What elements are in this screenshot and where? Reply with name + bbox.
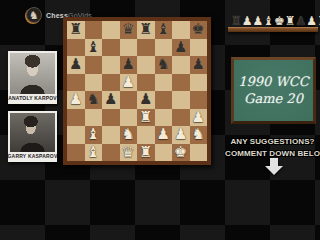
square-e2 [137, 126, 155, 144]
white-rook-piece: ♜ [139, 110, 152, 125]
square-b3 [85, 109, 103, 127]
chalkboard-line1: 1990 WCC [238, 74, 308, 90]
shelf-black-rook-icon: ♜ [231, 15, 242, 27]
white-rook-piece: ♜ [139, 145, 152, 160]
black-king-piece: ♚ [192, 22, 205, 37]
square-a2 [67, 126, 85, 144]
chalkboard-line2: Game 20 [244, 91, 303, 107]
square-a7 [67, 39, 85, 57]
black-bishop-piece: ♝ [87, 40, 100, 55]
karpov-name-label: ANATOLY KARPOV [10, 94, 55, 102]
pieces-shelf: ♜♟♟♝♚♜♟♟♜ [228, 11, 318, 32]
square-c4: ♟ [102, 91, 120, 109]
kasparov-portrait [10, 113, 55, 152]
square-b4: ♞ [85, 91, 103, 109]
square-h7 [190, 39, 208, 57]
knight-badge-icon: ♞ [26, 7, 42, 23]
square-e6 [137, 56, 155, 74]
black-bishop-piece: ♝ [157, 22, 170, 37]
square-h3: ♟ [190, 109, 208, 127]
down-arrow-head [265, 166, 283, 175]
square-g6 [172, 56, 190, 74]
square-b6 [85, 56, 103, 74]
square-c2 [102, 126, 120, 144]
square-h1 [190, 144, 208, 162]
chalkboard: 1990 WCC Game 20 [231, 57, 316, 124]
down-arrow-icon [265, 158, 283, 175]
white-bishop-piece: ♝ [87, 145, 100, 160]
white-bishop-piece: ♝ [87, 127, 100, 142]
square-c3 [102, 109, 120, 127]
square-a1 [67, 144, 85, 162]
square-d1: ♛ [120, 144, 138, 162]
square-f5 [155, 74, 173, 92]
square-a4: ♟ [67, 91, 85, 109]
square-f7 [155, 39, 173, 57]
player-card-karpov: ANATOLY KARPOV [8, 51, 57, 104]
shelf-white-pawn-icon: ♟ [306, 15, 317, 27]
shelf-white-rook-icon: ♜ [285, 15, 296, 27]
shelf-white-pawn-icon: ♟ [253, 15, 264, 27]
shelf-pieces-row: ♜♟♟♝♚♜♟♟♜ [228, 11, 318, 27]
square-d5: ♟ [120, 74, 138, 92]
square-c7 [102, 39, 120, 57]
white-king-piece: ♚ [174, 145, 187, 160]
white-pawn-piece: ♟ [157, 127, 170, 142]
white-pawn-piece: ♟ [174, 127, 187, 142]
square-h8: ♚ [190, 21, 208, 39]
black-rook-piece: ♜ [139, 22, 152, 37]
cta-text: ANY SUGGESTIONS? COMMENT DOWN BELOW [225, 136, 320, 159]
white-pawn-piece: ♟ [192, 110, 205, 125]
square-g1: ♚ [172, 144, 190, 162]
square-b8 [85, 21, 103, 39]
square-a3 [67, 109, 85, 127]
black-knight-piece: ♞ [157, 57, 170, 72]
square-f6: ♞ [155, 56, 173, 74]
square-e4: ♟ [137, 91, 155, 109]
square-e7 [137, 39, 155, 57]
black-knight-piece: ♞ [87, 92, 100, 107]
square-h4 [190, 91, 208, 109]
chess-board: ♜♛♜♝♚♝♟♟♟♞♟♟♟♞♟♟♜♟♝♞♟♟♞♝♛♜♚ [63, 17, 211, 165]
karpov-portrait [10, 53, 55, 94]
square-g8 [172, 21, 190, 39]
square-f4 [155, 91, 173, 109]
black-rook-piece: ♜ [69, 22, 82, 37]
square-b1: ♝ [85, 144, 103, 162]
black-queen-piece: ♛ [122, 22, 135, 37]
shelf-black-pawn-icon: ♟ [296, 15, 307, 27]
shelf-white-bishop-icon: ♝ [263, 15, 274, 27]
square-f2: ♟ [155, 126, 173, 144]
square-b2: ♝ [85, 126, 103, 144]
black-pawn-piece: ♟ [69, 57, 82, 72]
black-pawn-piece: ♟ [122, 57, 135, 72]
cta-line1: ANY SUGGESTIONS? [225, 136, 320, 148]
square-g2: ♟ [172, 126, 190, 144]
square-d8: ♛ [120, 21, 138, 39]
square-b5 [85, 74, 103, 92]
square-g4 [172, 91, 190, 109]
square-e8: ♜ [137, 21, 155, 39]
square-d6: ♟ [120, 56, 138, 74]
square-h2: ♞ [190, 126, 208, 144]
white-queen-piece: ♛ [122, 145, 135, 160]
square-d4 [120, 91, 138, 109]
black-pawn-piece: ♟ [104, 92, 117, 107]
white-knight-piece: ♞ [122, 127, 135, 142]
shelf-white-pawn-icon: ♟ [242, 15, 253, 27]
shelf-white-king-icon: ♚ [274, 15, 285, 27]
square-f1 [155, 144, 173, 162]
square-a8: ♜ [67, 21, 85, 39]
square-b7: ♝ [85, 39, 103, 57]
white-pawn-piece: ♟ [122, 75, 135, 90]
square-d7 [120, 39, 138, 57]
square-g7: ♟ [172, 39, 190, 57]
square-a5 [67, 74, 85, 92]
square-e5 [137, 74, 155, 92]
square-d2: ♞ [120, 126, 138, 144]
player-card-kasparov: GARRY KASPAROV [8, 111, 57, 162]
square-f8: ♝ [155, 21, 173, 39]
white-knight-piece: ♞ [192, 127, 205, 142]
white-pawn-piece: ♟ [69, 92, 82, 107]
square-g5 [172, 74, 190, 92]
square-e3: ♜ [137, 109, 155, 127]
kasparov-name-label: GARRY KASPAROV [10, 152, 55, 160]
square-g3 [172, 109, 190, 127]
square-a6: ♟ [67, 56, 85, 74]
square-f3 [155, 109, 173, 127]
down-arrow-stem [270, 158, 278, 166]
chess-board-grid: ♜♛♜♝♚♝♟♟♟♞♟♟♟♞♟♟♜♟♝♞♟♟♞♝♛♜♚ [67, 21, 207, 161]
square-h6: ♟ [190, 56, 208, 74]
square-c6 [102, 56, 120, 74]
square-h5 [190, 74, 208, 92]
square-c1 [102, 144, 120, 162]
black-pawn-piece: ♟ [139, 92, 152, 107]
black-pawn-piece: ♟ [174, 40, 187, 55]
square-d3 [120, 109, 138, 127]
video-thumbnail: { "game": "chess", "position": { "fen": … [0, 0, 320, 180]
square-c5 [102, 74, 120, 92]
black-pawn-piece: ♟ [192, 57, 205, 72]
square-e1: ♜ [137, 144, 155, 162]
square-c8 [102, 21, 120, 39]
